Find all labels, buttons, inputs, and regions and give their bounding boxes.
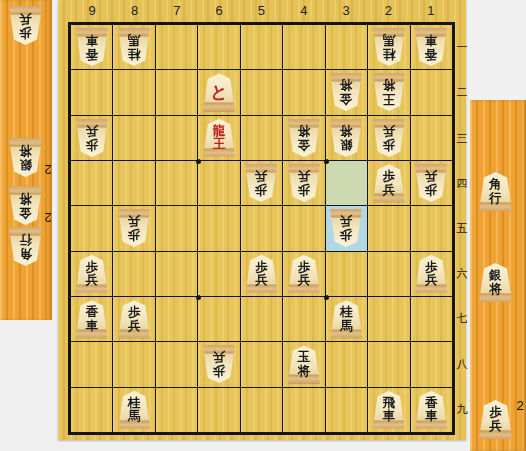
gote-pawn[interactable]: 歩兵 <box>414 164 448 202</box>
square-7-2[interactable] <box>156 70 197 114</box>
square-3-3[interactable]: 銀将 <box>326 116 367 160</box>
piece-kanji: 歩 <box>85 138 98 152</box>
piece-kanji: 歩 <box>19 27 32 41</box>
gote-hand-slot: 歩兵 <box>8 6 44 46</box>
piece-kanji: 歩 <box>425 260 438 274</box>
square-1-7[interactable] <box>411 297 452 341</box>
file-label-1: 1 <box>410 2 452 20</box>
piece-kanji: 歩 <box>128 229 141 243</box>
sente-hand-slot: 角行 <box>478 172 514 212</box>
square-7-5[interactable] <box>156 206 197 250</box>
gote-gold[interactable]: 金将 <box>287 119 321 157</box>
square-5-9[interactable] <box>241 388 282 432</box>
piece-kanji: 香 <box>425 48 438 62</box>
square-7-4[interactable] <box>156 161 197 205</box>
rank-label-7: 七 <box>456 296 468 341</box>
square-2-9[interactable]: 飛車 <box>368 388 409 432</box>
hand-piece-count: 2 <box>42 210 54 225</box>
square-7-3[interactable] <box>156 116 197 160</box>
piece-kanji: 飛 <box>383 396 396 410</box>
piece-kanji: 馬 <box>340 319 353 333</box>
square-5-3[interactable] <box>241 116 282 160</box>
piece-kanji: 将 <box>19 145 32 159</box>
hoshi-dot <box>324 159 329 164</box>
square-2-6[interactable] <box>368 252 409 296</box>
square-2-8[interactable] <box>368 342 409 386</box>
gote-hand-slot: 角行 <box>8 227 44 267</box>
square-7-7[interactable] <box>156 297 197 341</box>
piece-kanji: 歩 <box>255 260 268 274</box>
square-6-2[interactable]: と <box>198 70 239 114</box>
gote-lance[interactable]: 香車 <box>75 28 109 66</box>
square-1-3[interactable] <box>411 116 452 160</box>
square-4-7[interactable] <box>283 297 324 341</box>
piece-kanji: 桂 <box>340 305 353 319</box>
piece-kanji: 兵 <box>19 13 32 27</box>
gote-pawn[interactable]: 歩兵 <box>287 164 321 202</box>
square-5-5[interactable] <box>241 206 282 250</box>
rank-label-2: 二 <box>456 70 468 115</box>
square-3-8[interactable] <box>326 342 367 386</box>
square-6-8[interactable]: 歩兵 <box>198 342 239 386</box>
piece-kanji: 車 <box>425 34 438 48</box>
square-9-2[interactable] <box>71 70 112 114</box>
square-9-3[interactable]: 歩兵 <box>71 116 112 160</box>
square-9-9[interactable] <box>71 388 112 432</box>
piece-kanji: 歩 <box>213 365 226 379</box>
gote-hand-slot: 銀将2 <box>8 138 44 178</box>
piece-kanji: 歩 <box>383 169 396 183</box>
gote-pawn[interactable]: 歩兵 <box>75 119 109 157</box>
square-5-1[interactable] <box>241 25 282 69</box>
piece-kanji: 香 <box>85 305 98 319</box>
piece-kanji: 行 <box>19 234 32 248</box>
square-5-6[interactable]: 歩兵 <box>241 252 282 296</box>
rank-label-8: 八 <box>456 342 468 387</box>
square-3-5[interactable]: 歩兵 <box>326 206 367 250</box>
rank-label-3: 三 <box>456 115 468 160</box>
sente-king[interactable]: 玉将 <box>287 345 321 383</box>
piece-kanji: 車 <box>425 409 438 423</box>
piece-kanji: と <box>210 83 227 101</box>
sente-lance[interactable]: 香車 <box>75 300 109 338</box>
piece-kanji: 桂 <box>128 48 141 62</box>
square-8-8[interactable] <box>113 342 154 386</box>
gote-knight[interactable]: 桂馬 <box>372 28 406 66</box>
gote-pawn[interactable]: 歩兵 <box>244 164 278 202</box>
square-8-2[interactable] <box>113 70 154 114</box>
sente-silver[interactable]: 銀将 <box>478 263 513 302</box>
rank-label-4: 四 <box>456 161 468 206</box>
square-2-4[interactable]: 歩兵 <box>368 161 409 205</box>
piece-kanji: 兵 <box>298 170 311 184</box>
piece-kanji: 歩 <box>489 405 502 419</box>
rank-label-9: 九 <box>456 387 468 432</box>
piece-kanji: 馬 <box>128 34 141 48</box>
gote-lance[interactable]: 香車 <box>414 28 448 66</box>
file-label-6: 6 <box>198 2 240 20</box>
piece-kanji: 車 <box>85 34 98 48</box>
piece-kanji: 歩 <box>298 260 311 274</box>
square-5-2[interactable] <box>241 70 282 114</box>
square-5-8[interactable] <box>241 342 282 386</box>
sente-pawn[interactable]: 歩兵 <box>75 255 109 293</box>
square-9-5[interactable] <box>71 206 112 250</box>
sente-knight[interactable]: 桂馬 <box>117 391 151 429</box>
piece-kanji: 将 <box>340 125 353 139</box>
piece-kanji: 車 <box>85 319 98 333</box>
piece-kanji: 車 <box>383 409 396 423</box>
piece-kanji: 香 <box>85 48 98 62</box>
square-7-1[interactable] <box>156 25 197 69</box>
gote-bishop[interactable]: 角行 <box>8 227 43 266</box>
rank-coordinate-labels: 一二三四五六七八九 <box>456 25 468 432</box>
square-6-7[interactable] <box>198 297 239 341</box>
square-4-4[interactable]: 歩兵 <box>283 161 324 205</box>
square-4-6[interactable]: 歩兵 <box>283 252 324 296</box>
piece-kanji: 将 <box>19 193 32 207</box>
piece-kanji: 兵 <box>128 215 141 229</box>
piece-kanji: 歩 <box>128 305 141 319</box>
sente-knight[interactable]: 桂馬 <box>329 300 363 338</box>
piece-kanji: 兵 <box>425 170 438 184</box>
piece-kanji: 龍 <box>213 124 226 138</box>
hoshi-dot <box>324 295 329 300</box>
hand-piece-count: 2 <box>42 162 54 177</box>
file-label-2: 2 <box>367 2 409 20</box>
piece-kanji: 角 <box>19 248 32 262</box>
gote-pawn[interactable]: 歩兵 <box>117 209 151 247</box>
piece-kanji: 桂 <box>128 396 141 410</box>
square-8-5[interactable]: 歩兵 <box>113 206 154 250</box>
square-3-2[interactable]: 金将 <box>326 70 367 114</box>
shogi-board[interactable]: 香車桂馬桂馬香車と金将王将歩兵龍王金将銀将歩兵歩兵歩兵歩兵歩兵歩兵歩兵歩兵歩兵歩… <box>68 22 455 435</box>
square-1-6[interactable]: 歩兵 <box>411 252 452 296</box>
piece-kanji: 将 <box>489 282 502 296</box>
square-5-4[interactable]: 歩兵 <box>241 161 282 205</box>
piece-kanji: 兵 <box>85 273 98 287</box>
piece-kanji: 兵 <box>128 319 141 333</box>
square-1-9[interactable]: 香車 <box>411 388 452 432</box>
square-1-2[interactable] <box>411 70 452 114</box>
square-6-4[interactable] <box>198 161 239 205</box>
square-3-9[interactable] <box>326 388 367 432</box>
gote-king[interactable]: 王将 <box>372 73 406 111</box>
piece-kanji: 玉 <box>298 350 311 364</box>
gote-pawn[interactable]: 歩兵 <box>329 209 363 247</box>
piece-kanji: 兵 <box>213 351 226 365</box>
square-2-5[interactable] <box>368 206 409 250</box>
square-8-3[interactable] <box>113 116 154 160</box>
sente-rook[interactable]: 飛車 <box>372 391 406 429</box>
piece-kanji: 将 <box>340 79 353 93</box>
piece-kanji: 将 <box>298 125 311 139</box>
gote-silver[interactable]: 銀将 <box>8 138 43 177</box>
square-4-5[interactable] <box>283 206 324 250</box>
file-label-3: 3 <box>325 2 367 20</box>
piece-kanji: 兵 <box>255 170 268 184</box>
sente-pawn[interactable]: 歩兵 <box>117 300 151 338</box>
square-5-7[interactable] <box>241 297 282 341</box>
square-8-6[interactable] <box>113 252 154 296</box>
shogi-app: 歩兵銀将2金将2角行 987654321 香車桂馬桂馬香車と金将王将歩兵龍王金将… <box>0 0 526 451</box>
square-9-8[interactable] <box>71 342 112 386</box>
gote-pawn[interactable]: 歩兵 <box>202 345 236 383</box>
piece-kanji: 歩 <box>425 184 438 198</box>
piece-kanji: 兵 <box>85 125 98 139</box>
piece-kanji: 銀 <box>340 138 353 152</box>
piece-kanji: 兵 <box>489 419 502 433</box>
gote-silver[interactable]: 銀将 <box>329 119 363 157</box>
piece-kanji: 将 <box>298 364 311 378</box>
sente-pawn[interactable]: 歩兵 <box>372 164 406 202</box>
sente-hand-slot: 歩兵2 <box>478 400 514 440</box>
piece-kanji: 兵 <box>298 273 311 287</box>
piece-kanji: 兵 <box>383 125 396 139</box>
sente-pawn[interactable]: 歩兵 <box>244 255 278 293</box>
square-6-9[interactable] <box>198 388 239 432</box>
square-3-6[interactable] <box>326 252 367 296</box>
file-coordinate-labels: 987654321 <box>71 2 452 20</box>
square-6-5[interactable] <box>198 206 239 250</box>
square-9-1[interactable]: 香車 <box>71 25 112 69</box>
piece-kanji: 歩 <box>85 260 98 274</box>
hoshi-dot <box>196 295 201 300</box>
file-label-8: 8 <box>113 2 155 20</box>
shogi-board-panel: 987654321 香車桂馬桂馬香車と金将王将歩兵龍王金将銀将歩兵歩兵歩兵歩兵歩… <box>58 0 466 440</box>
square-6-6[interactable] <box>198 252 239 296</box>
square-2-2[interactable]: 王将 <box>368 70 409 114</box>
square-4-3[interactable]: 金将 <box>283 116 324 160</box>
square-7-8[interactable] <box>156 342 197 386</box>
sente-pawn[interactable]: 歩兵 <box>287 255 321 293</box>
square-1-8[interactable] <box>411 342 452 386</box>
piece-kanji: 兵 <box>425 273 438 287</box>
piece-kanji: 将 <box>383 79 396 93</box>
piece-kanji: 歩 <box>255 184 268 198</box>
square-2-3[interactable]: 歩兵 <box>368 116 409 160</box>
square-2-1[interactable]: 桂馬 <box>368 25 409 69</box>
square-7-6[interactable] <box>156 252 197 296</box>
file-label-5: 5 <box>240 2 282 20</box>
square-9-7[interactable]: 香車 <box>71 297 112 341</box>
square-4-1[interactable] <box>283 25 324 69</box>
file-label-9: 9 <box>71 2 113 20</box>
piece-kanji: 行 <box>489 191 502 205</box>
piece-kanji: 銀 <box>19 159 32 173</box>
piece-kanji: 歩 <box>298 184 311 198</box>
square-3-4[interactable] <box>326 161 367 205</box>
sente-dragon[interactable]: 龍王 <box>202 119 236 157</box>
rank-label-6: 六 <box>456 251 468 296</box>
piece-kanji: 兵 <box>340 215 353 229</box>
square-8-4[interactable] <box>113 161 154 205</box>
hand-piece-count: 2 <box>514 398 526 413</box>
rank-label-5: 五 <box>456 206 468 251</box>
hoshi-dot <box>196 159 201 164</box>
piece-kanji: 王 <box>213 137 226 151</box>
gote-knight[interactable]: 桂馬 <box>117 28 151 66</box>
piece-kanji: 金 <box>340 93 353 107</box>
square-8-9[interactable]: 桂馬 <box>113 388 154 432</box>
piece-kanji: 香 <box>425 396 438 410</box>
square-7-9[interactable] <box>156 388 197 432</box>
square-6-3[interactable]: 龍王 <box>198 116 239 160</box>
gote-gold[interactable]: 金将 <box>8 186 43 225</box>
square-1-5[interactable] <box>411 206 452 250</box>
piece-kanji: 金 <box>19 207 32 221</box>
square-3-1[interactable] <box>326 25 367 69</box>
sente-lance[interactable]: 香車 <box>414 391 448 429</box>
square-8-7[interactable]: 歩兵 <box>113 297 154 341</box>
gote-hand-slot: 金将2 <box>8 186 44 226</box>
gote-captured-stand: 歩兵銀将2金将2角行 <box>0 0 52 320</box>
piece-kanji: 兵 <box>255 273 268 287</box>
square-3-7[interactable]: 桂馬 <box>326 297 367 341</box>
piece-kanji: 金 <box>298 138 311 152</box>
square-9-4[interactable] <box>71 161 112 205</box>
piece-kanji: 王 <box>383 93 396 107</box>
piece-kanji: 兵 <box>383 183 396 197</box>
sente-pawn[interactable]: 歩兵 <box>414 255 448 293</box>
piece-kanji: 角 <box>489 177 502 191</box>
file-label-4: 4 <box>283 2 325 20</box>
piece-kanji: 銀 <box>489 268 502 282</box>
square-9-6[interactable]: 歩兵 <box>71 252 112 296</box>
piece-kanji: 馬 <box>383 34 396 48</box>
square-1-4[interactable]: 歩兵 <box>411 161 452 205</box>
sente-bishop[interactable]: 角行 <box>478 172 513 211</box>
gote-pawn[interactable]: 歩兵 <box>8 6 43 45</box>
square-4-9[interactable] <box>283 388 324 432</box>
sente-hand-slot: 銀将 <box>478 263 514 303</box>
square-8-1[interactable]: 桂馬 <box>113 25 154 69</box>
gote-gold[interactable]: 金将 <box>329 73 363 111</box>
square-1-1[interactable]: 香車 <box>411 25 452 69</box>
square-4-8[interactable]: 玉将 <box>283 342 324 386</box>
file-label-7: 7 <box>156 2 198 20</box>
sente-captured-stand: 角行銀将歩兵2 <box>470 100 526 451</box>
square-6-1[interactable] <box>198 25 239 69</box>
piece-kanji: 馬 <box>128 409 141 423</box>
square-4-2[interactable] <box>283 70 324 114</box>
rank-label-1: 一 <box>456 25 468 70</box>
piece-kanji: 歩 <box>340 229 353 243</box>
piece-kanji: 歩 <box>383 138 396 152</box>
sente-pawn[interactable]: 歩兵 <box>478 400 513 439</box>
sente-tokin[interactable]: と <box>202 73 236 111</box>
piece-kanji: 桂 <box>383 48 396 62</box>
square-2-7[interactable] <box>368 297 409 341</box>
gote-pawn[interactable]: 歩兵 <box>372 119 406 157</box>
